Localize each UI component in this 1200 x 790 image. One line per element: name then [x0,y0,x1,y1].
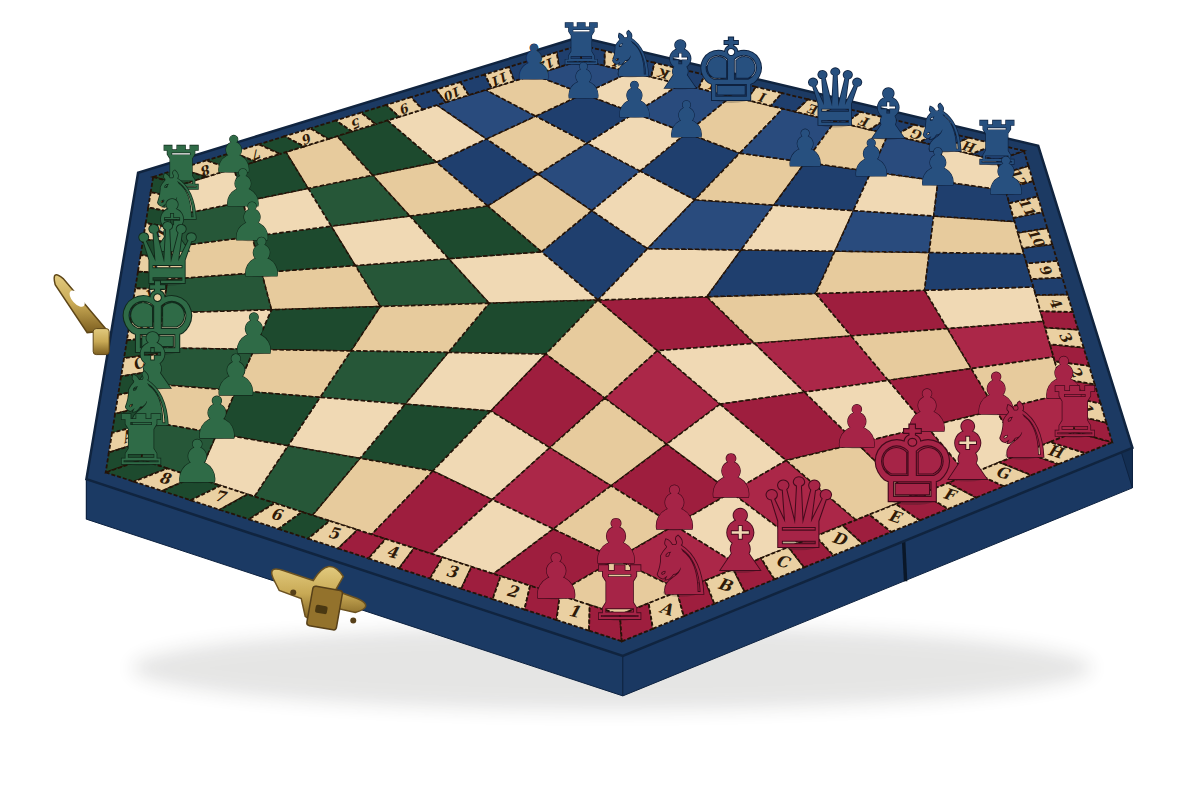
chess-piece-red-R: ♜ [587,550,653,636]
chess-piece-blue-P: ♟ [613,72,657,129]
chess-piece-blue-P: ♟ [512,35,555,90]
chess-piece-red-P: ♟ [528,541,583,613]
chess-piece-blue-P: ♟ [782,119,827,178]
chess-piece-red-K: ♚ [865,404,959,526]
chess-piece-green-R: ♜ [110,400,172,480]
chess-piece-blue-P: ♟ [848,129,894,188]
chess-piece-green-P: ♟ [238,227,286,288]
trim-cell [1040,311,1078,329]
chess-piece-red-N: ♞ [645,520,717,613]
fold-seam [904,541,906,581]
board-cell [925,252,1034,290]
board-cell [816,251,930,293]
three-player-chess-photo: 12111095678LKJIDCBA87654321ABCDEFGH12349… [0,0,1200,790]
board-cell [835,211,934,253]
chess-piece-blue-P: ♟ [664,91,708,149]
chess-piece-blue-P: ♟ [983,146,1029,206]
three-player-chess-board: 12111095678LKJIDCBA87654321ABCDEFGH12349… [0,0,1200,790]
trim-cell [1031,278,1067,295]
left-latch-icon [54,275,109,355]
chess-piece-blue-P: ♟ [562,53,605,109]
chess-piece-blue-P: ♟ [915,138,961,197]
chess-piece-green-P: ♟ [171,428,223,496]
